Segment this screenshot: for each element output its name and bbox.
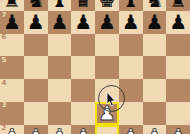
square-h7[interactable]: ♟	[166, 11, 190, 34]
square-g3[interactable]	[143, 102, 167, 125]
piece-black-bishop[interactable]: ♝	[48, 0, 72, 11]
piece-black-rook[interactable]: ♜	[0, 0, 24, 11]
square-e3[interactable]: ♟	[95, 102, 119, 125]
square-f5[interactable]	[119, 56, 143, 79]
rank-label-4: 4	[2, 80, 7, 87]
square-f7[interactable]: ♟	[119, 11, 143, 34]
square-f2[interactable]: ♟	[119, 125, 143, 134]
piece-white-pawn[interactable]: ♟	[24, 125, 48, 134]
square-c2[interactable]: ♟	[48, 125, 72, 134]
square-b4[interactable]	[24, 79, 48, 102]
square-a3[interactable]: 3	[0, 102, 24, 125]
square-g8[interactable]: ♞	[143, 0, 167, 11]
square-b2[interactable]: ♟	[24, 125, 48, 134]
square-e5[interactable]	[95, 56, 119, 79]
piece-white-pawn[interactable]: ♟	[95, 102, 119, 125]
square-h5[interactable]	[166, 56, 190, 79]
piece-black-pawn[interactable]: ♟	[71, 11, 95, 34]
square-c6[interactable]	[48, 34, 72, 57]
piece-white-pawn[interactable]: ♟	[143, 125, 167, 134]
square-d4[interactable]	[71, 79, 95, 102]
square-b7[interactable]: ♟	[24, 11, 48, 34]
square-c7[interactable]: ♟	[48, 11, 72, 34]
square-f8[interactable]: ♝	[119, 0, 143, 11]
square-c4[interactable]	[48, 79, 72, 102]
square-g2[interactable]: ♟	[143, 125, 167, 134]
rank-label-6: 6	[2, 34, 7, 41]
piece-black-rook[interactable]: ♜	[166, 0, 190, 11]
square-a7[interactable]: 7♟	[0, 11, 24, 34]
square-a2[interactable]: 2♟	[0, 125, 24, 134]
square-b6[interactable]	[24, 34, 48, 57]
piece-black-king[interactable]: ♚	[95, 0, 119, 11]
square-d6[interactable]	[71, 34, 95, 57]
square-b5[interactable]	[24, 56, 48, 79]
square-f3[interactable]	[119, 102, 143, 125]
piece-black-pawn[interactable]: ♟	[95, 11, 119, 34]
square-b8[interactable]: ♞	[24, 0, 48, 11]
piece-white-pawn[interactable]: ♟	[119, 125, 143, 134]
square-a5[interactable]: 5	[0, 56, 24, 79]
square-e8[interactable]: ♚	[95, 0, 119, 11]
square-f4[interactable]	[119, 79, 143, 102]
piece-black-pawn[interactable]: ♟	[143, 11, 167, 34]
piece-black-queen[interactable]: ♛	[71, 0, 95, 11]
chessboard-viewport: ♜♞♝♛♚♝♞♜7♟♟♟♟♟♟♟♟6543♟2♟♟♟♟♟♟♟♜♞♝♛♚♝♞♜	[0, 0, 190, 134]
piece-black-knight[interactable]: ♞	[24, 0, 48, 11]
square-g6[interactable]	[143, 34, 167, 57]
square-d5[interactable]	[71, 56, 95, 79]
square-d7[interactable]: ♟	[71, 11, 95, 34]
square-g4[interactable]	[143, 79, 167, 102]
piece-black-bishop[interactable]: ♝	[119, 0, 143, 11]
square-e7[interactable]: ♟	[95, 11, 119, 34]
square-g7[interactable]: ♟	[143, 11, 167, 34]
piece-black-pawn[interactable]: ♟	[166, 11, 190, 34]
square-c3[interactable]	[48, 102, 72, 125]
square-h8[interactable]: ♜	[166, 0, 190, 11]
square-h2[interactable]: ♟	[166, 125, 190, 134]
square-c5[interactable]	[48, 56, 72, 79]
piece-black-knight[interactable]: ♞	[143, 0, 167, 11]
square-a4[interactable]: 4	[0, 79, 24, 102]
chessboard: ♜♞♝♛♚♝♞♜7♟♟♟♟♟♟♟♟6543♟2♟♟♟♟♟♟♟♜♞♝♛♚♝♞♜	[0, 0, 190, 134]
piece-black-pawn[interactable]: ♟	[24, 11, 48, 34]
piece-white-pawn[interactable]: ♟	[166, 125, 190, 134]
square-d8[interactable]: ♛	[71, 0, 95, 11]
square-b3[interactable]	[24, 102, 48, 125]
square-d3[interactable]	[71, 102, 95, 125]
piece-white-pawn[interactable]: ♟	[0, 125, 24, 134]
piece-black-pawn[interactable]: ♟	[119, 11, 143, 34]
square-c8[interactable]: ♝	[48, 0, 72, 11]
rank-label-3: 3	[2, 102, 7, 109]
square-a6[interactable]: 6	[0, 34, 24, 57]
rank-label-5: 5	[2, 57, 7, 64]
square-a8[interactable]: ♜	[0, 0, 24, 11]
piece-white-pawn[interactable]: ♟	[71, 125, 95, 134]
square-h4[interactable]	[166, 79, 190, 102]
square-h3[interactable]	[166, 102, 190, 125]
piece-white-pawn[interactable]: ♟	[48, 125, 72, 134]
square-h6[interactable]	[166, 34, 190, 57]
square-g5[interactable]	[143, 56, 167, 79]
square-d2[interactable]: ♟	[71, 125, 95, 134]
square-f6[interactable]	[119, 34, 143, 57]
piece-black-pawn[interactable]: ♟	[0, 11, 24, 34]
square-e6[interactable]	[95, 34, 119, 57]
square-e2[interactable]	[95, 125, 119, 134]
square-e4[interactable]	[95, 79, 119, 102]
piece-black-pawn[interactable]: ♟	[48, 11, 72, 34]
